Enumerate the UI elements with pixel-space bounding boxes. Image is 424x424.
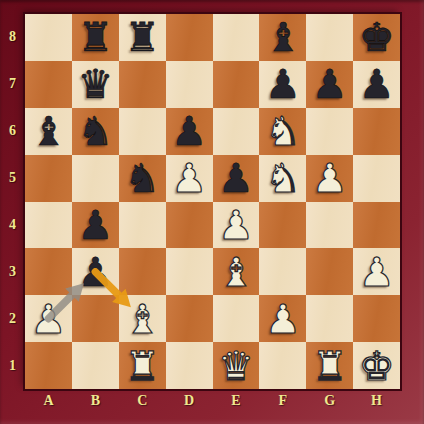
- rank-label-1: 1: [0, 342, 25, 389]
- file-label-g: G: [306, 389, 353, 412]
- square-h1[interactable]: ♚: [353, 342, 400, 389]
- square-f2[interactable]: ♟: [259, 295, 306, 342]
- square-c3[interactable]: [119, 248, 166, 295]
- square-a2[interactable]: ♟: [25, 295, 72, 342]
- square-e2[interactable]: [213, 295, 260, 342]
- file-label-a: A: [25, 389, 72, 412]
- square-h8[interactable]: ♚: [353, 14, 400, 61]
- square-b4[interactable]: ♟: [72, 202, 119, 249]
- square-e6[interactable]: [213, 108, 260, 155]
- square-d6[interactable]: ♟: [166, 108, 213, 155]
- square-g6[interactable]: [306, 108, 353, 155]
- square-b3[interactable]: ♟: [72, 248, 119, 295]
- chess-board-frame: 87654321 ABCDEFGH ♜♜♝♚♛♟♟♟♝♞♟♞♞♟♟♞♟♟♟♟♝♟…: [0, 0, 424, 424]
- square-h5[interactable]: [353, 155, 400, 202]
- piece-black-knight[interactable]: ♞: [119, 155, 166, 202]
- file-label-c: C: [119, 389, 166, 412]
- piece-black-pawn[interactable]: ♟: [72, 248, 119, 295]
- square-f6[interactable]: ♞: [259, 108, 306, 155]
- square-g5[interactable]: ♟: [306, 155, 353, 202]
- file-label-f: F: [259, 389, 306, 412]
- piece-white-pawn[interactable]: ♟: [25, 295, 72, 342]
- square-c6[interactable]: [119, 108, 166, 155]
- square-b2[interactable]: [72, 295, 119, 342]
- square-c2[interactable]: ♝: [119, 295, 166, 342]
- rank-labels: 87654321: [0, 14, 25, 389]
- square-e7[interactable]: [213, 61, 260, 108]
- square-e4[interactable]: ♟: [213, 202, 260, 249]
- square-h4[interactable]: [353, 202, 400, 249]
- file-label-b: B: [72, 389, 119, 412]
- square-c5[interactable]: ♞: [119, 155, 166, 202]
- piece-white-pawn[interactable]: ♟: [353, 248, 400, 295]
- square-a6[interactable]: ♝: [25, 108, 72, 155]
- piece-black-knight[interactable]: ♞: [72, 108, 119, 155]
- square-d5[interactable]: ♟: [166, 155, 213, 202]
- square-e3[interactable]: ♝: [213, 248, 260, 295]
- square-g7[interactable]: ♟: [306, 61, 353, 108]
- square-f5[interactable]: ♞: [259, 155, 306, 202]
- piece-white-pawn[interactable]: ♟: [306, 155, 353, 202]
- square-e8[interactable]: [213, 14, 260, 61]
- piece-white-king[interactable]: ♚: [353, 342, 400, 389]
- piece-black-pawn[interactable]: ♟: [306, 61, 353, 108]
- piece-white-bishop[interactable]: ♝: [119, 295, 166, 342]
- square-g3[interactable]: [306, 248, 353, 295]
- piece-white-rook[interactable]: ♜: [119, 342, 166, 389]
- rank-label-7: 7: [0, 61, 25, 108]
- piece-black-rook[interactable]: ♜: [72, 14, 119, 61]
- piece-black-pawn[interactable]: ♟: [166, 108, 213, 155]
- square-d4[interactable]: [166, 202, 213, 249]
- piece-black-pawn[interactable]: ♟: [259, 61, 306, 108]
- file-label-e: E: [213, 389, 260, 412]
- piece-black-queen[interactable]: ♛: [72, 61, 119, 108]
- square-b6[interactable]: ♞: [72, 108, 119, 155]
- piece-black-rook[interactable]: ♜: [119, 14, 166, 61]
- file-label-h: H: [353, 389, 400, 412]
- square-b1[interactable]: [72, 342, 119, 389]
- rank-label-3: 3: [0, 248, 25, 295]
- square-d7[interactable]: [166, 61, 213, 108]
- piece-black-pawn[interactable]: ♟: [213, 155, 260, 202]
- rank-label-6: 6: [0, 108, 25, 155]
- square-g2[interactable]: [306, 295, 353, 342]
- square-g1[interactable]: ♜: [306, 342, 353, 389]
- square-a4[interactable]: [25, 202, 72, 249]
- rank-label-4: 4: [0, 202, 25, 249]
- square-b7[interactable]: ♛: [72, 61, 119, 108]
- square-h6[interactable]: [353, 108, 400, 155]
- square-c8[interactable]: ♜: [119, 14, 166, 61]
- file-label-d: D: [166, 389, 213, 412]
- square-a8[interactable]: [25, 14, 72, 61]
- square-d3[interactable]: [166, 248, 213, 295]
- square-h7[interactable]: ♟: [353, 61, 400, 108]
- square-g8[interactable]: [306, 14, 353, 61]
- piece-white-knight[interactable]: ♞: [259, 108, 306, 155]
- square-d2[interactable]: [166, 295, 213, 342]
- square-b8[interactable]: ♜: [72, 14, 119, 61]
- square-c4[interactable]: [119, 202, 166, 249]
- rank-label-2: 2: [0, 295, 25, 342]
- square-a5[interactable]: [25, 155, 72, 202]
- square-h3[interactable]: ♟: [353, 248, 400, 295]
- square-d8[interactable]: [166, 14, 213, 61]
- piece-white-rook[interactable]: ♜: [306, 342, 353, 389]
- piece-black-pawn[interactable]: ♟: [353, 61, 400, 108]
- piece-white-pawn[interactable]: ♟: [166, 155, 213, 202]
- piece-black-bishop[interactable]: ♝: [25, 108, 72, 155]
- square-f4[interactable]: [259, 202, 306, 249]
- square-c7[interactable]: [119, 61, 166, 108]
- chess-board: ♜♜♝♚♛♟♟♟♝♞♟♞♞♟♟♞♟♟♟♟♝♟♟♝♟♜♛♜♚: [25, 14, 400, 389]
- piece-black-king[interactable]: ♚: [353, 14, 400, 61]
- rank-label-5: 5: [0, 155, 25, 202]
- square-f8[interactable]: ♝: [259, 14, 306, 61]
- piece-black-bishop[interactable]: ♝: [259, 14, 306, 61]
- piece-white-knight[interactable]: ♞: [259, 155, 306, 202]
- piece-white-pawn[interactable]: ♟: [259, 295, 306, 342]
- square-c1[interactable]: ♜: [119, 342, 166, 389]
- rank-label-8: 8: [0, 14, 25, 61]
- square-e5[interactable]: ♟: [213, 155, 260, 202]
- piece-white-queen[interactable]: ♛: [213, 342, 260, 389]
- square-a7[interactable]: [25, 61, 72, 108]
- file-labels: ABCDEFGH: [25, 389, 400, 412]
- square-g4[interactable]: [306, 202, 353, 249]
- square-f7[interactable]: ♟: [259, 61, 306, 108]
- piece-white-pawn[interactable]: ♟: [213, 202, 260, 249]
- square-f1[interactable]: [259, 342, 306, 389]
- piece-black-pawn[interactable]: ♟: [72, 202, 119, 249]
- square-f3[interactable]: [259, 248, 306, 295]
- square-b5[interactable]: [72, 155, 119, 202]
- square-h2[interactable]: [353, 295, 400, 342]
- square-d1[interactable]: [166, 342, 213, 389]
- square-e1[interactable]: ♛: [213, 342, 260, 389]
- square-a1[interactable]: [25, 342, 72, 389]
- piece-white-bishop[interactable]: ♝: [213, 248, 260, 295]
- square-a3[interactable]: [25, 248, 72, 295]
